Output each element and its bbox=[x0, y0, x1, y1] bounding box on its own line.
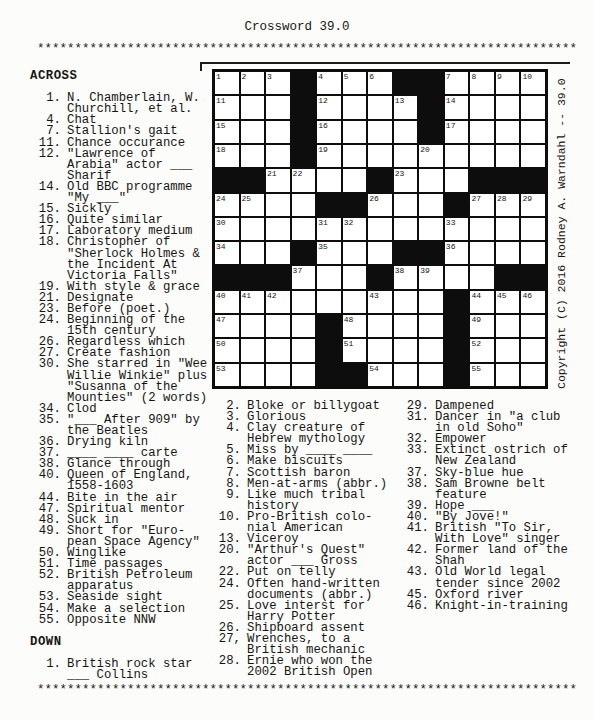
clue-text: Former land of the Shah bbox=[435, 545, 568, 567]
clue-text: Old BBC programme "My ___" bbox=[67, 182, 192, 204]
clue-number: 30. bbox=[37, 359, 61, 403]
clue-text: Short for "Euro- pean Space Agency" bbox=[67, 526, 200, 548]
clue-number: 31. bbox=[405, 412, 429, 434]
block-cell bbox=[445, 194, 469, 216]
clue-text: Love interst for Harry Potter bbox=[247, 601, 365, 623]
grid-cell bbox=[419, 315, 443, 337]
block-cell bbox=[292, 96, 316, 118]
grid-cell bbox=[496, 218, 520, 240]
grid-cell: 23 bbox=[394, 169, 418, 191]
cell-number: 29 bbox=[522, 194, 532, 203]
down-clue-list-left: 1.British rock star ___ Collins bbox=[37, 659, 213, 681]
grid-cell bbox=[266, 96, 290, 118]
block-cell bbox=[215, 169, 239, 191]
clue-text: Clay creature of Hebrew mythology bbox=[247, 423, 365, 445]
grid-cell: 18 bbox=[215, 145, 239, 167]
clue-item: 30.She starred in "Wee Willie Winkie" pl… bbox=[37, 359, 213, 403]
clue-text: Like much tribal history bbox=[247, 490, 365, 512]
grid-cell: 55 bbox=[470, 364, 494, 386]
grid-cell bbox=[445, 266, 469, 288]
grid-cell bbox=[266, 315, 290, 337]
block-cell bbox=[521, 266, 545, 288]
cell-number: 21 bbox=[267, 169, 277, 178]
grid-cell bbox=[368, 121, 392, 143]
clue-number: 24. bbox=[217, 579, 241, 601]
cell-number: 55 bbox=[471, 364, 481, 373]
cell-number: 25 bbox=[242, 194, 252, 203]
block-cell bbox=[215, 266, 239, 288]
grid-cell: 11 bbox=[215, 96, 239, 118]
clue-item: 25.Love interst for Harry Potter bbox=[217, 601, 405, 623]
clue-item: 1.N. Chamberlain, W. Churchill, et al. bbox=[37, 93, 213, 115]
grid-cell bbox=[241, 145, 265, 167]
grid-cell: 30 bbox=[215, 218, 239, 240]
grid-cell bbox=[292, 364, 316, 386]
grid-cell: 6 bbox=[368, 72, 392, 94]
grid-cell bbox=[317, 169, 341, 191]
clue-item: 27,Wrenches, to a British mechanic bbox=[217, 634, 405, 656]
cell-number: 4 bbox=[318, 72, 323, 81]
clue-text: British Petroleum apparatus bbox=[67, 570, 192, 592]
grid-cell bbox=[266, 242, 290, 264]
clue-number: 43. bbox=[405, 567, 429, 589]
clue-number: 35. bbox=[37, 415, 61, 437]
clue-item: 12."Lawrence of Arabia" actor ___ Sharif bbox=[37, 149, 213, 182]
grid-cell: 34 bbox=[215, 242, 239, 264]
clue-item: 14.Old BBC programme "My ___" bbox=[37, 182, 213, 204]
grid-cell bbox=[266, 218, 290, 240]
cell-number: 47 bbox=[216, 315, 226, 324]
grid-cell bbox=[470, 145, 494, 167]
cell-number: 54 bbox=[369, 364, 379, 373]
grid-cell: 36 bbox=[445, 242, 469, 264]
clue-item: 2.Bloke or billygoat bbox=[217, 401, 405, 412]
grid-cell bbox=[368, 218, 392, 240]
grid-cell bbox=[419, 194, 443, 216]
block-cell bbox=[445, 339, 469, 361]
grid-cell: 28 bbox=[496, 194, 520, 216]
cell-number: 14 bbox=[446, 96, 456, 105]
grid-cell bbox=[394, 218, 418, 240]
clue-number: 20. bbox=[217, 545, 241, 567]
clue-text: Often hand-written documents (abbr.) bbox=[247, 579, 380, 601]
clue-text: Christopher of "Sherlock Holmes & the In… bbox=[67, 237, 200, 281]
grid-cell bbox=[343, 145, 367, 167]
grid-cell bbox=[394, 121, 418, 143]
clue-text: "___ After 909" by the Beatles bbox=[67, 415, 200, 437]
down-clue-list-middle: 2.Bloke or billygoat3.Glorious4.Clay cre… bbox=[217, 401, 405, 678]
block-cell bbox=[496, 266, 520, 288]
grid-cell bbox=[394, 194, 418, 216]
block-cell bbox=[496, 169, 520, 191]
grid-cell bbox=[241, 242, 265, 264]
grid-cell bbox=[394, 364, 418, 386]
cell-number: 26 bbox=[369, 194, 379, 203]
block-cell bbox=[292, 72, 316, 94]
cell-number: 22 bbox=[293, 169, 303, 178]
grid-cell: 31 bbox=[317, 218, 341, 240]
block-cell bbox=[521, 169, 545, 191]
clue-item: 31.Dancer in "a club in old Soho" bbox=[405, 412, 594, 434]
clue-text: Knight-in-training bbox=[435, 601, 568, 612]
grid-cell: 42 bbox=[266, 291, 290, 313]
grid-cell: 12 bbox=[317, 96, 341, 118]
grid-cell bbox=[496, 315, 520, 337]
grid-cell bbox=[368, 315, 392, 337]
grid-cell bbox=[521, 315, 545, 337]
grid-cell bbox=[470, 96, 494, 118]
clue-number: 40. bbox=[37, 470, 61, 492]
grid-cell: 16 bbox=[317, 121, 341, 143]
cell-number: 23 bbox=[395, 169, 405, 178]
clue-item: 38.Sam Browne belt feature bbox=[405, 479, 594, 501]
grid-cell bbox=[368, 145, 392, 167]
cell-number: 27 bbox=[471, 194, 481, 203]
cell-number: 31 bbox=[318, 218, 328, 227]
grid-cell bbox=[419, 169, 443, 191]
clue-item: 55.Opposite NNW bbox=[37, 615, 213, 626]
grid-cell bbox=[394, 291, 418, 313]
block-cell bbox=[343, 364, 367, 386]
block-cell bbox=[292, 242, 316, 264]
block-cell bbox=[241, 266, 265, 288]
cell-number: 48 bbox=[344, 315, 354, 324]
clue-text: Beginning of the 15th century bbox=[67, 315, 185, 337]
clue-text: "Arthur's Quest" actor ___ Gross bbox=[247, 545, 365, 567]
clue-item: 28.Ernie who won the 2002 British Open bbox=[217, 656, 405, 678]
grid-cell bbox=[292, 339, 316, 361]
cell-number: 7 bbox=[446, 72, 451, 81]
grid-cell: 32 bbox=[343, 218, 367, 240]
clue-item: 40.Queen of England, 1558-1603 bbox=[37, 470, 213, 492]
grid-cell bbox=[343, 169, 367, 191]
grid-cell: 4 bbox=[317, 72, 341, 94]
grid-cell bbox=[521, 364, 545, 386]
cell-number: 11 bbox=[216, 96, 226, 105]
down-header: DOWN bbox=[30, 637, 213, 648]
cell-number: 8 bbox=[471, 72, 476, 81]
grid-cell: 19 bbox=[317, 145, 341, 167]
block-cell bbox=[445, 315, 469, 337]
cell-number: 51 bbox=[344, 339, 354, 348]
crossword-grid: 1234567891011121314151617181920212223242… bbox=[212, 69, 548, 389]
clue-text: Pro-British colo- nial American bbox=[247, 512, 372, 534]
page-title: Crossword 39.0 bbox=[0, 20, 594, 34]
clue-number: 4. bbox=[217, 423, 241, 445]
cell-number: 43 bbox=[369, 291, 379, 300]
grid-cell bbox=[470, 242, 494, 264]
clue-number: 55. bbox=[37, 615, 61, 626]
grid-cell bbox=[343, 121, 367, 143]
cell-number: 44 bbox=[471, 291, 481, 300]
grid-cell: 24 bbox=[215, 194, 239, 216]
grid-cell bbox=[470, 121, 494, 143]
grid-cell: 48 bbox=[343, 315, 367, 337]
cell-number: 46 bbox=[522, 291, 532, 300]
grid-cell bbox=[470, 266, 494, 288]
cell-number: 28 bbox=[497, 194, 507, 203]
clue-number: 12. bbox=[37, 149, 61, 182]
grid-cell bbox=[521, 145, 545, 167]
grid-cell bbox=[266, 364, 290, 386]
block-cell bbox=[394, 72, 418, 94]
grid-cell bbox=[419, 339, 443, 361]
grid-cell bbox=[521, 242, 545, 264]
grid-top-rule-tick bbox=[200, 62, 202, 71]
clue-text: Wrenches, to a British mechanic bbox=[247, 634, 365, 656]
grid-cell bbox=[368, 96, 392, 118]
grid-cell bbox=[343, 242, 367, 264]
grid-cell bbox=[419, 218, 443, 240]
clue-number: 14. bbox=[37, 182, 61, 204]
clue-number: 27, bbox=[217, 634, 241, 656]
block-cell bbox=[445, 291, 469, 313]
clue-number: 9. bbox=[217, 490, 241, 512]
cell-number: 40 bbox=[216, 291, 226, 300]
grid-cell bbox=[368, 339, 392, 361]
grid-cell bbox=[266, 339, 290, 361]
clue-item: 47.Spiritual mentor bbox=[37, 504, 213, 515]
cell-number: 19 bbox=[318, 145, 328, 154]
clue-text: Extinct ostrich of New Zealand bbox=[435, 445, 568, 467]
grid-cell: 53 bbox=[215, 364, 239, 386]
grid-cell bbox=[343, 291, 367, 313]
page: Crossword 39.0 *************************… bbox=[0, 0, 594, 720]
clue-text: Ernie who won the 2002 British Open bbox=[247, 656, 372, 678]
cell-number: 32 bbox=[344, 218, 354, 227]
clue-number: 41. bbox=[405, 523, 429, 545]
block-cell bbox=[317, 315, 341, 337]
grid-top-rule bbox=[200, 62, 570, 64]
cell-number: 52 bbox=[471, 339, 481, 348]
cell-number: 3 bbox=[267, 72, 272, 81]
clue-item: 46.Knight-in-training bbox=[405, 601, 594, 612]
clue-item: 43.Old World legal tender since 2002 bbox=[405, 567, 594, 589]
clue-item: 41.British "To Sir, With Love" singer bbox=[405, 523, 594, 545]
block-cell bbox=[292, 121, 316, 143]
grid-cell: 39 bbox=[419, 266, 443, 288]
cell-number: 38 bbox=[395, 266, 405, 275]
grid-cell: 45 bbox=[496, 291, 520, 313]
grid-cell: 10 bbox=[521, 72, 545, 94]
grid-cell: 3 bbox=[266, 72, 290, 94]
clue-item: 35."___ After 909" by the Beatles bbox=[37, 415, 213, 437]
grid-cell bbox=[343, 266, 367, 288]
separator-bottom: ****************************************… bbox=[37, 683, 577, 697]
clue-number: 18. bbox=[37, 237, 61, 281]
clue-number: 1. bbox=[37, 659, 61, 681]
grid-cell: 54 bbox=[368, 364, 392, 386]
grid-cell bbox=[521, 121, 545, 143]
cell-number: 10 bbox=[522, 72, 532, 81]
grid-cell: 26 bbox=[368, 194, 392, 216]
grid-cell: 27 bbox=[470, 194, 494, 216]
cell-number: 36 bbox=[446, 242, 456, 251]
grid-cell: 14 bbox=[445, 96, 469, 118]
grid-cell: 37 bbox=[292, 266, 316, 288]
grid-cell bbox=[419, 364, 443, 386]
clue-text: Queen of England, 1558-1603 bbox=[67, 470, 192, 492]
copyright-vertical: Copyright (C) 2016 Rodney A. Warndahl --… bbox=[555, 78, 568, 389]
grid-cell: 47 bbox=[215, 315, 239, 337]
grid-cell bbox=[445, 145, 469, 167]
across-header: ACROSS bbox=[30, 71, 213, 82]
grid-cell bbox=[266, 194, 290, 216]
clue-item: 24.Beginning of the 15th century bbox=[37, 315, 213, 337]
grid-cell: 17 bbox=[445, 121, 469, 143]
spacer bbox=[37, 626, 213, 637]
block-cell bbox=[470, 169, 494, 191]
clue-item: 1.British rock star ___ Collins bbox=[37, 659, 213, 681]
grid-cell bbox=[266, 145, 290, 167]
grid-cell bbox=[496, 364, 520, 386]
cell-number: 17 bbox=[446, 121, 456, 130]
cell-number: 13 bbox=[395, 96, 405, 105]
grid-cell bbox=[496, 339, 520, 361]
grid-cell bbox=[241, 96, 265, 118]
across-clue-list: 1.N. Chamberlain, W. Churchill, et al.4.… bbox=[37, 93, 213, 626]
cell-number: 42 bbox=[267, 291, 277, 300]
clue-number: 33. bbox=[405, 445, 429, 467]
cell-number: 5 bbox=[344, 72, 349, 81]
grid-cell bbox=[241, 121, 265, 143]
clue-item: 52.British Petroleum apparatus bbox=[37, 570, 213, 592]
clue-item: 4.Clay creature of Hebrew mythology bbox=[217, 423, 405, 445]
block-cell bbox=[317, 339, 341, 361]
grid-cell: 13 bbox=[394, 96, 418, 118]
cell-number: 37 bbox=[293, 266, 303, 275]
grid-cell: 50 bbox=[215, 339, 239, 361]
grid-cell: 21 bbox=[266, 169, 290, 191]
down-column-middle: 2.Bloke or billygoat3.Glorious4.Clay cre… bbox=[217, 401, 405, 678]
block-cell bbox=[266, 266, 290, 288]
grid-cell bbox=[343, 96, 367, 118]
block-cell bbox=[317, 194, 341, 216]
clue-item: 33.Extinct ostrich of New Zealand bbox=[405, 445, 594, 467]
grid-cell: 38 bbox=[394, 266, 418, 288]
cell-number: 1 bbox=[216, 72, 221, 81]
clue-number: 1. bbox=[37, 93, 61, 115]
grid-cell bbox=[292, 315, 316, 337]
clue-item: 24.Often hand-written documents (abbr.) bbox=[217, 579, 405, 601]
clue-number: 25. bbox=[217, 601, 241, 623]
grid-cell bbox=[368, 242, 392, 264]
grid-cell bbox=[496, 145, 520, 167]
grid-cell bbox=[521, 96, 545, 118]
grid-cell bbox=[470, 218, 494, 240]
cell-number: 9 bbox=[497, 72, 502, 81]
grid-cell bbox=[292, 194, 316, 216]
clue-number: 49. bbox=[37, 526, 61, 548]
block-cell bbox=[317, 364, 341, 386]
block-cell bbox=[419, 96, 443, 118]
clue-item: 20."Arthur's Quest" actor ___ Gross bbox=[217, 545, 405, 567]
grid-cell: 40 bbox=[215, 291, 239, 313]
block-cell bbox=[368, 266, 392, 288]
clue-text: N. Chamberlain, W. Churchill, et al. bbox=[67, 93, 200, 115]
block-cell bbox=[419, 242, 443, 264]
cell-number: 33 bbox=[446, 218, 456, 227]
clue-item: 9.Like much tribal history bbox=[217, 490, 405, 512]
clue-text: Dancer in "a club in old Soho" bbox=[435, 412, 560, 434]
grid-cell: 44 bbox=[470, 291, 494, 313]
cell-number: 18 bbox=[216, 145, 226, 154]
grid-cell: 33 bbox=[445, 218, 469, 240]
grid-cell bbox=[266, 121, 290, 143]
grid-cell bbox=[496, 242, 520, 264]
grid-cell: 25 bbox=[241, 194, 265, 216]
clue-number: 10. bbox=[217, 512, 241, 534]
block-cell bbox=[241, 169, 265, 191]
clue-number: 24. bbox=[37, 315, 61, 337]
grid-cell bbox=[292, 218, 316, 240]
grid-cell bbox=[394, 315, 418, 337]
cell-number: 53 bbox=[216, 364, 226, 373]
grid-cell bbox=[292, 291, 316, 313]
grid-cell bbox=[394, 339, 418, 361]
clue-item: 42.Former land of the Shah bbox=[405, 545, 594, 567]
cell-number: 15 bbox=[216, 121, 226, 130]
cell-number: 6 bbox=[369, 72, 374, 81]
grid-cell: 9 bbox=[496, 72, 520, 94]
grid-cell bbox=[241, 315, 265, 337]
grid-cell: 20 bbox=[419, 145, 443, 167]
clue-number: 28. bbox=[217, 656, 241, 678]
grid-cell bbox=[241, 364, 265, 386]
grid-cell: 51 bbox=[343, 339, 367, 361]
clue-text: British rock star ___ Collins bbox=[67, 659, 192, 681]
grid-cell bbox=[496, 121, 520, 143]
cell-number: 16 bbox=[318, 121, 328, 130]
across-column: ACROSS 1.N. Chamberlain, W. Churchill, e… bbox=[37, 71, 213, 681]
clue-item: 10.Pro-British colo- nial American bbox=[217, 512, 405, 534]
cell-number: 45 bbox=[497, 291, 507, 300]
grid-cell bbox=[496, 96, 520, 118]
block-cell bbox=[419, 121, 443, 143]
clue-text: British "To Sir, With Love" singer bbox=[435, 523, 560, 545]
grid-cell bbox=[419, 291, 443, 313]
cell-number: 50 bbox=[216, 339, 226, 348]
clue-number: 52. bbox=[37, 570, 61, 592]
cell-number: 20 bbox=[420, 145, 430, 154]
grid-cell: 29 bbox=[521, 194, 545, 216]
clue-number: 38. bbox=[405, 479, 429, 501]
cell-number: 30 bbox=[216, 218, 226, 227]
clue-text: Old World legal tender since 2002 bbox=[435, 567, 560, 589]
grid-cell: 8 bbox=[470, 72, 494, 94]
grid-cell bbox=[521, 339, 545, 361]
grid-cell bbox=[241, 218, 265, 240]
clue-text: She starred in "Wee Willie Winkie" plus … bbox=[67, 359, 207, 403]
grid-cell: 7 bbox=[445, 72, 469, 94]
grid-cell: 1 bbox=[215, 72, 239, 94]
cell-number: 12 bbox=[318, 96, 328, 105]
grid-cell: 15 bbox=[215, 121, 239, 143]
grid-cell: 49 bbox=[470, 315, 494, 337]
down-clue-list-right: 29.Dampened31.Dancer in "a club in old S… bbox=[405, 401, 594, 612]
clue-item: 49.Short for "Euro- pean Space Agency" bbox=[37, 526, 213, 548]
cell-number: 49 bbox=[471, 315, 481, 324]
grid-cell bbox=[317, 291, 341, 313]
grid-cell: 5 bbox=[343, 72, 367, 94]
clue-text: "Lawrence of Arabia" actor ___ Sharif bbox=[67, 149, 192, 182]
clue-number: 42. bbox=[405, 545, 429, 567]
cell-number: 41 bbox=[242, 291, 252, 300]
cell-number: 24 bbox=[216, 194, 226, 203]
cell-number: 35 bbox=[318, 242, 328, 251]
block-cell bbox=[368, 169, 392, 191]
grid-cell: 41 bbox=[241, 291, 265, 313]
